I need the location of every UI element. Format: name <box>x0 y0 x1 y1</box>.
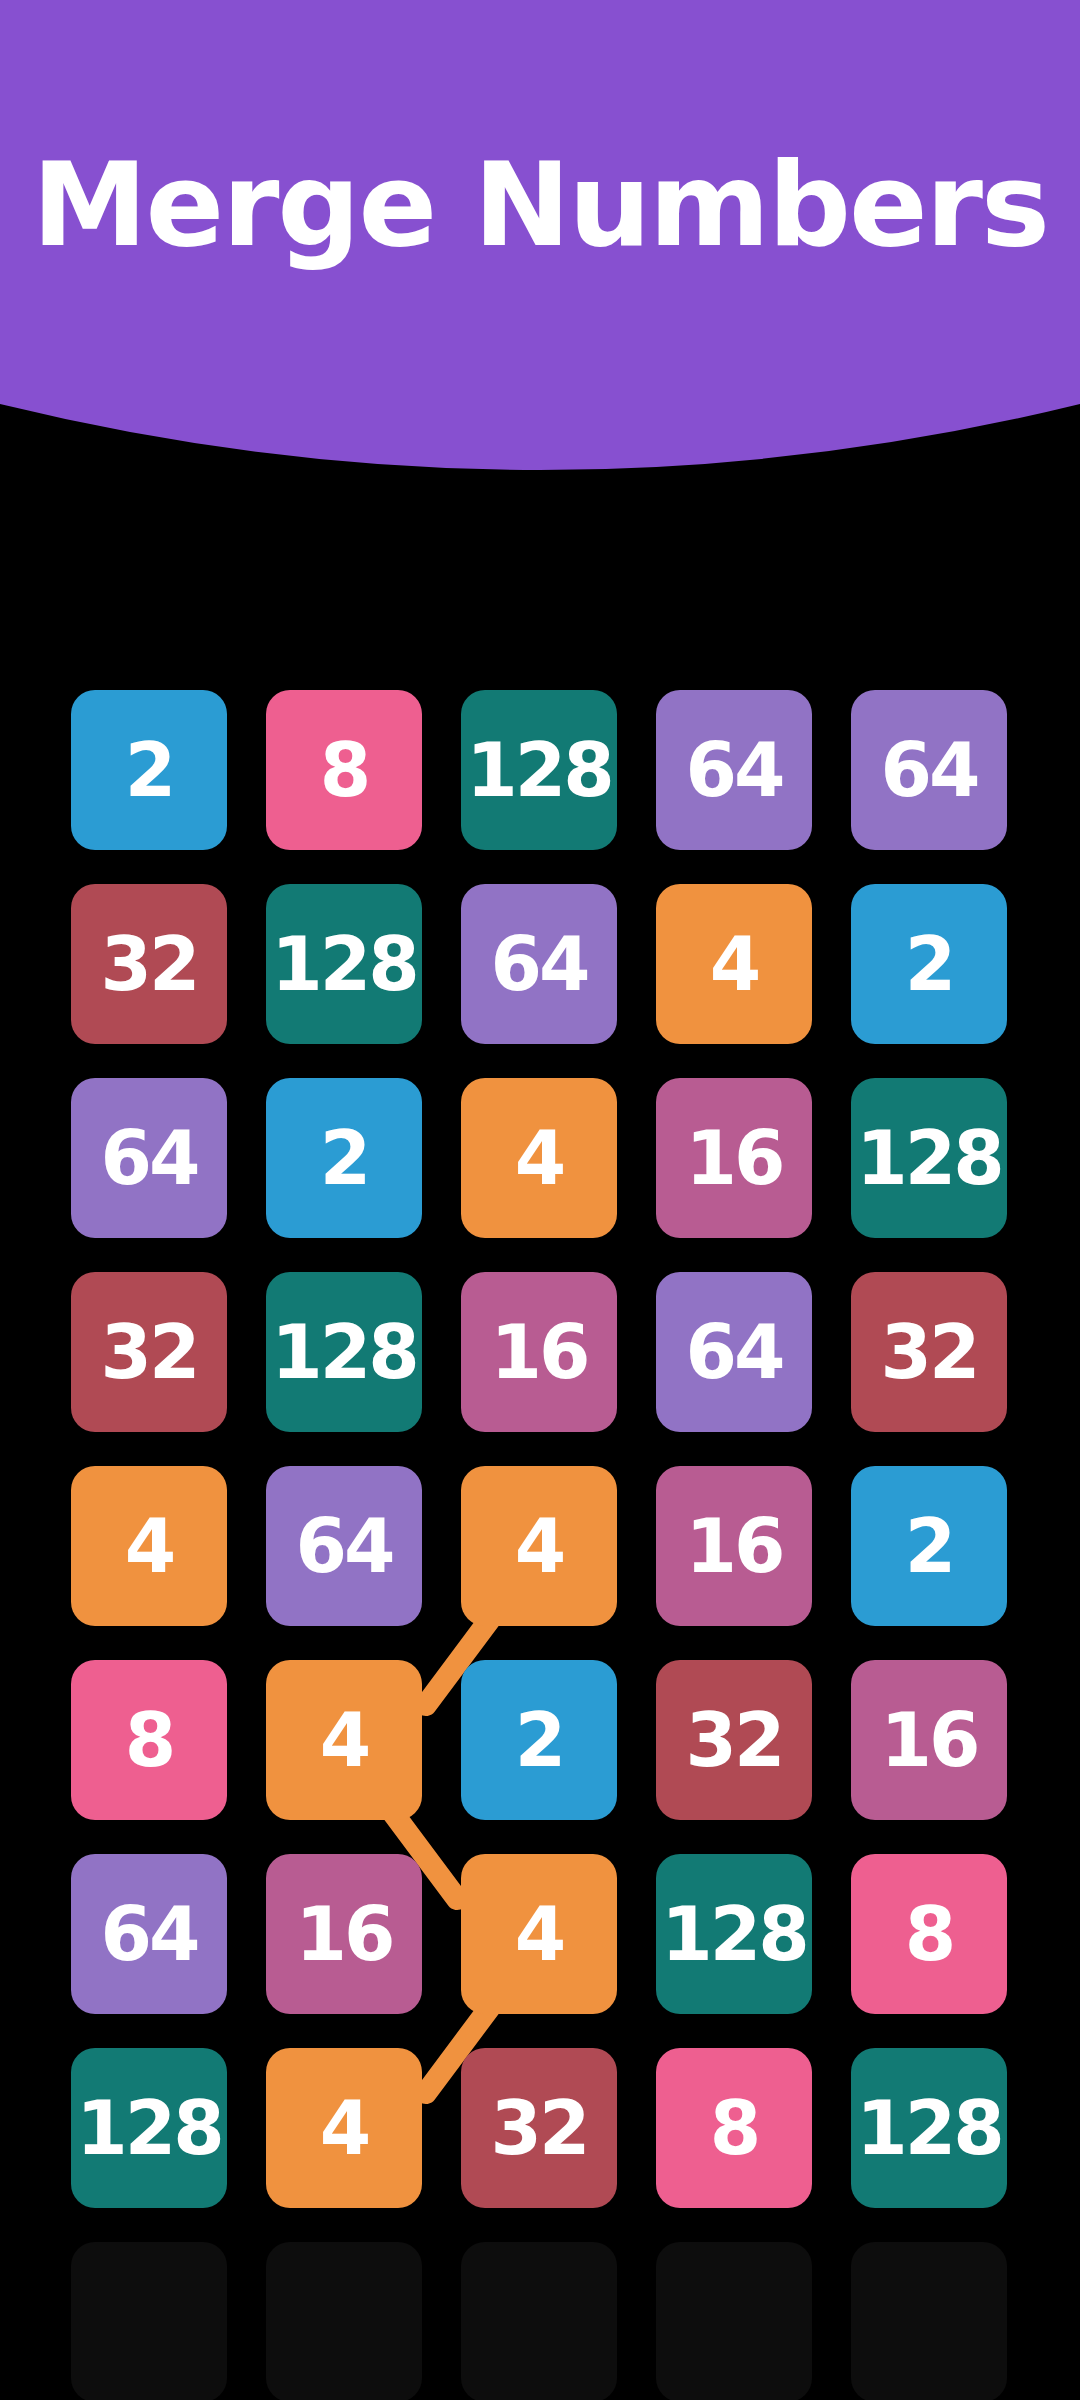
tile-r3c5-value-128[interactable]: 128 <box>851 1078 1007 1238</box>
tile-r1c4-value-64[interactable]: 64 <box>656 690 812 850</box>
tile-r2c5-value-2[interactable]: 2 <box>851 884 1007 1044</box>
tile-r4c1-value-32[interactable]: 32 <box>71 1272 227 1432</box>
tile-r3c3-value-4[interactable]: 4 <box>461 1078 617 1238</box>
tile-r7c2-value-16[interactable]: 16 <box>266 1854 422 2014</box>
tile-r3c2-value-2[interactable]: 2 <box>266 1078 422 1238</box>
tile-r1c2-value-8[interactable]: 8 <box>266 690 422 850</box>
tile-r7c3-value-4[interactable]: 4 <box>461 1854 617 2014</box>
tile-r5c5-value-2[interactable]: 2 <box>851 1466 1007 1626</box>
tile-r5c1-value-4[interactable]: 4 <box>71 1466 227 1626</box>
game-board: 2812864643212864426424161283212816643246… <box>71 690 1007 2208</box>
tile-r1c5-value-64[interactable]: 64 <box>851 690 1007 850</box>
tile-r4c3-value-16[interactable]: 16 <box>461 1272 617 1432</box>
tile-r7c4-value-128[interactable]: 128 <box>656 1854 812 2014</box>
tile-r8c3-value-32[interactable]: 32 <box>461 2048 617 2208</box>
tile-r6c1-value-8[interactable]: 8 <box>71 1660 227 1820</box>
tile-r2c4-value-4[interactable]: 4 <box>656 884 812 1044</box>
tile-r4c5-value-32[interactable]: 32 <box>851 1272 1007 1432</box>
tile-r6c5-value-16[interactable]: 16 <box>851 1660 1007 1820</box>
tile-r6c2-value-4[interactable]: 4 <box>266 1660 422 1820</box>
tile-r8c2-value-4[interactable]: 4 <box>266 2048 422 2208</box>
tile-r7c1-value-64[interactable]: 64 <box>71 1854 227 2014</box>
tile-r2c3-value-64[interactable]: 64 <box>461 884 617 1044</box>
tile-r5c4-value-16[interactable]: 16 <box>656 1466 812 1626</box>
tile-r4c4-value-64[interactable]: 64 <box>656 1272 812 1432</box>
tile-r1c1-value-2[interactable]: 2 <box>71 690 227 850</box>
tile-r6c3-value-2[interactable]: 2 <box>461 1660 617 1820</box>
tile-r8c1-value-128[interactable]: 128 <box>71 2048 227 2208</box>
tile-r8c4-value-8[interactable]: 8 <box>656 2048 812 2208</box>
tile-r5c3-value-4[interactable]: 4 <box>461 1466 617 1626</box>
tile-r4c2-value-128[interactable]: 128 <box>266 1272 422 1432</box>
tile-r3c4-value-16[interactable]: 16 <box>656 1078 812 1238</box>
tile-r2c1-value-32[interactable]: 32 <box>71 884 227 1044</box>
tile-r7c5-value-8[interactable]: 8 <box>851 1854 1007 2014</box>
tile-r5c2-value-64[interactable]: 64 <box>266 1466 422 1626</box>
tile-r3c1-value-64[interactable]: 64 <box>71 1078 227 1238</box>
tile-r2c2-value-128[interactable]: 128 <box>266 884 422 1044</box>
tile-r6c4-value-32[interactable]: 32 <box>656 1660 812 1820</box>
tile-r1c3-value-128[interactable]: 128 <box>461 690 617 850</box>
tile-r8c5-value-128[interactable]: 128 <box>851 2048 1007 2208</box>
